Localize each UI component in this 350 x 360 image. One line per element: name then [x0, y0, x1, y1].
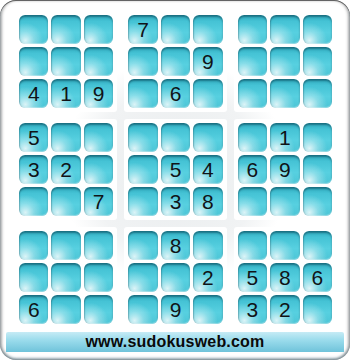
cell-r1c6[interactable] [193, 15, 222, 44]
cell-r8c8[interactable]: 8 [270, 263, 299, 292]
cell-r3c7[interactable] [238, 79, 267, 108]
cell-r3c1[interactable]: 4 [19, 79, 48, 108]
cell-r7c8[interactable] [270, 231, 299, 260]
cell-r1c8[interactable] [270, 15, 299, 44]
cell-r8c2[interactable] [51, 263, 80, 292]
cell-r6c9[interactable] [303, 187, 332, 216]
cell-r6c7[interactable] [238, 187, 267, 216]
cell-r6c5[interactable]: 3 [161, 187, 190, 216]
cell-r4c6[interactable] [193, 123, 222, 152]
cell-r1c9[interactable] [303, 15, 332, 44]
cell-r6c1[interactable] [19, 187, 48, 216]
sudoku-board-frame: 41979653275438169682958632 www.sudokuswe… [0, 0, 350, 360]
cell-r4c2[interactable] [51, 123, 80, 152]
cell-r4c7[interactable] [238, 123, 267, 152]
cell-r3c4[interactable] [128, 79, 157, 108]
cell-r2c7[interactable] [238, 47, 267, 76]
cell-r1c3[interactable] [84, 15, 113, 44]
box-3-3: 58632 [234, 227, 336, 328]
cell-r4c5[interactable] [161, 123, 190, 152]
cell-r2c5[interactable] [161, 47, 190, 76]
cell-r7c9[interactable] [303, 231, 332, 260]
cell-r1c4[interactable]: 7 [128, 15, 157, 44]
cell-r2c3[interactable] [84, 47, 113, 76]
cell-r9c5[interactable]: 9 [161, 295, 190, 324]
cell-r7c6[interactable] [193, 231, 222, 260]
site-url[interactable]: www.sudokusweb.com [6, 332, 344, 352]
cell-r3c3[interactable]: 9 [84, 79, 113, 108]
cell-r6c2[interactable] [51, 187, 80, 216]
cell-r5c4[interactable] [128, 155, 157, 184]
cell-r5c5[interactable]: 5 [161, 155, 190, 184]
cell-r2c1[interactable] [19, 47, 48, 76]
cell-r6c6[interactable]: 8 [193, 187, 222, 216]
cell-r2c4[interactable] [128, 47, 157, 76]
cell-r9c7[interactable]: 3 [238, 295, 267, 324]
box-3-1: 6 [15, 227, 117, 328]
cell-r4c9[interactable] [303, 123, 332, 152]
cell-r1c7[interactable] [238, 15, 267, 44]
cell-r9c3[interactable] [84, 295, 113, 324]
cell-r8c9[interactable]: 6 [303, 263, 332, 292]
cell-r3c2[interactable]: 1 [51, 79, 80, 108]
box-2-3: 169 [234, 119, 336, 220]
cell-r3c5[interactable]: 6 [161, 79, 190, 108]
cell-r5c8[interactable]: 9 [270, 155, 299, 184]
cell-r9c4[interactable] [128, 295, 157, 324]
cell-r4c1[interactable]: 5 [19, 123, 48, 152]
cell-r5c7[interactable]: 6 [238, 155, 267, 184]
cell-r5c1[interactable]: 3 [19, 155, 48, 184]
cell-r2c6[interactable]: 9 [193, 47, 222, 76]
cell-r2c2[interactable] [51, 47, 80, 76]
cell-r7c2[interactable] [51, 231, 80, 260]
cell-r7c3[interactable] [84, 231, 113, 260]
cell-r9c6[interactable] [193, 295, 222, 324]
cell-r7c7[interactable] [238, 231, 267, 260]
cell-r6c3[interactable]: 7 [84, 187, 113, 216]
cell-r8c6[interactable]: 2 [193, 263, 222, 292]
cell-r8c3[interactable] [84, 263, 113, 292]
cell-r3c8[interactable] [270, 79, 299, 108]
cell-r5c2[interactable]: 2 [51, 155, 80, 184]
cell-r5c3[interactable] [84, 155, 113, 184]
cell-r8c1[interactable] [19, 263, 48, 292]
cell-r3c6[interactable] [193, 79, 222, 108]
cell-r3c9[interactable] [303, 79, 332, 108]
cell-r6c8[interactable] [270, 187, 299, 216]
cell-r8c7[interactable]: 5 [238, 263, 267, 292]
cell-r5c9[interactable] [303, 155, 332, 184]
cell-r4c8[interactable]: 1 [270, 123, 299, 152]
box-2-2: 5438 [124, 119, 226, 220]
box-2-1: 5327 [15, 119, 117, 220]
cell-r5c6[interactable]: 4 [193, 155, 222, 184]
cell-r8c5[interactable] [161, 263, 190, 292]
cell-r2c8[interactable] [270, 47, 299, 76]
cell-r7c1[interactable] [19, 231, 48, 260]
cell-r1c2[interactable] [51, 15, 80, 44]
cell-r1c5[interactable] [161, 15, 190, 44]
cell-r4c3[interactable] [84, 123, 113, 152]
box-1-3 [234, 11, 336, 112]
cell-r4c4[interactable] [128, 123, 157, 152]
box-3-2: 829 [124, 227, 226, 328]
cell-r2c9[interactable] [303, 47, 332, 76]
cell-r9c2[interactable] [51, 295, 80, 324]
sudoku-grid: 41979653275438169682958632 [15, 11, 336, 328]
cell-r6c4[interactable] [128, 187, 157, 216]
cell-r9c8[interactable]: 2 [270, 295, 299, 324]
cell-r7c5[interactable]: 8 [161, 231, 190, 260]
box-1-1: 419 [15, 11, 117, 112]
cell-r7c4[interactable] [128, 231, 157, 260]
cell-r9c9[interactable] [303, 295, 332, 324]
cell-r8c4[interactable] [128, 263, 157, 292]
box-1-2: 796 [124, 11, 226, 112]
cell-r1c1[interactable] [19, 15, 48, 44]
cell-r9c1[interactable]: 6 [19, 295, 48, 324]
